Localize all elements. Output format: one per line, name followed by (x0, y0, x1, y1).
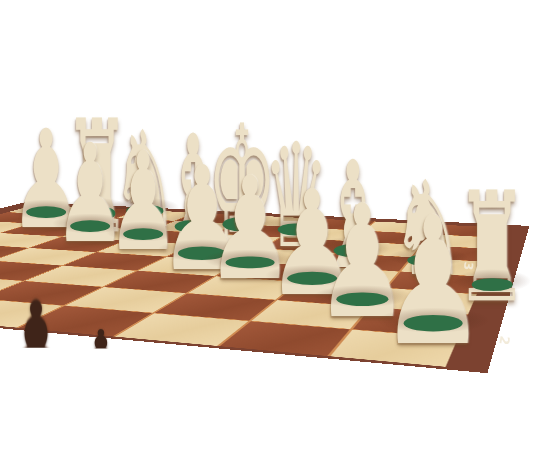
black-pawn: ♟ (101, 360, 137, 400)
piece-shadow (1, 361, 71, 379)
white-pawn: ♟ (433, 328, 539, 446)
chess-set-photo: ♜♞♝♚♛♝♞♜♟♟♟♟♟♟♟♟♟♟ 32 (0, 0, 550, 450)
piece-shadow (82, 354, 120, 361)
felt-base (403, 316, 462, 332)
black-pawn: ♟ (36, 375, 102, 449)
